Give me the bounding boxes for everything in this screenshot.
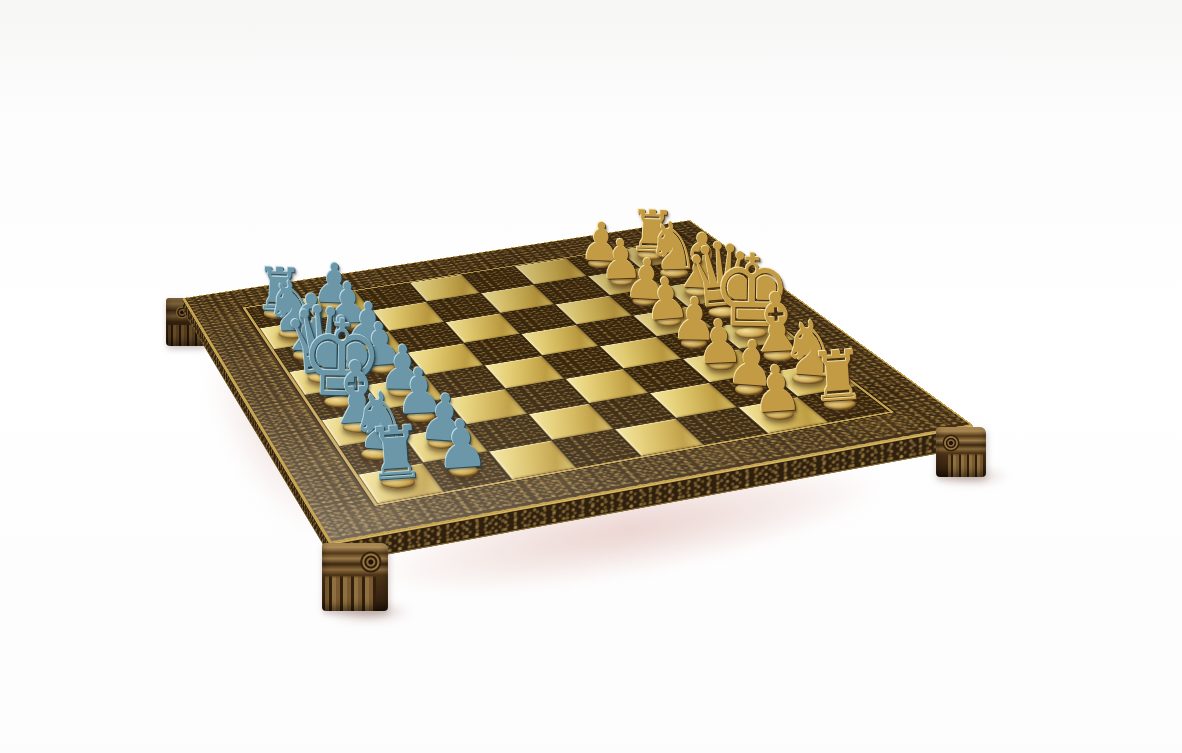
chess-set-photo: ♜♞♝♛♚♝♞♜♟♟♟♟♟♟♟♟♟♟♟♟♟♟♟♟♜♞♝♛♚♝♞♜ Luxury … (0, 0, 1182, 753)
board-leg-front (322, 543, 388, 611)
rook-glyph: ♜ (808, 340, 867, 412)
caption: Luxury metal chess set product photo on … (0, 0, 1, 1)
pawn-glyph: ♟ (433, 410, 489, 479)
rook-glyph: ♜ (364, 416, 426, 492)
pawn-glyph: ♟ (750, 356, 804, 423)
board-leg-right (936, 427, 986, 477)
